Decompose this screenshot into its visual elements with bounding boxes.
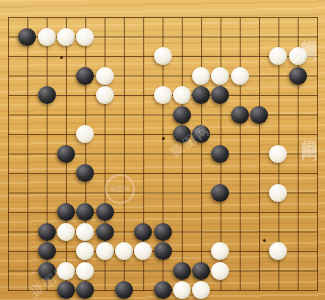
white-stone[interactable] (211, 67, 229, 85)
black-stone[interactable] (154, 281, 172, 299)
black-stone[interactable] (173, 125, 191, 143)
white-stone[interactable] (192, 281, 210, 299)
black-stone[interactable] (96, 223, 114, 241)
black-stone[interactable] (192, 125, 210, 143)
black-stone[interactable] (18, 28, 36, 46)
black-stone[interactable] (154, 223, 172, 241)
black-stone[interactable] (211, 145, 229, 163)
white-stone[interactable] (289, 47, 307, 65)
white-stone[interactable] (115, 242, 133, 260)
white-stone[interactable] (76, 262, 94, 280)
wood-knot (263, 239, 266, 242)
white-stone[interactable] (57, 262, 75, 280)
white-stone[interactable] (96, 67, 114, 85)
black-stone[interactable] (211, 184, 229, 202)
white-stone[interactable] (76, 28, 94, 46)
wood-knot (162, 137, 165, 140)
white-stone[interactable] (96, 242, 114, 260)
white-stone[interactable] (269, 145, 287, 163)
black-stone[interactable] (250, 106, 268, 124)
white-stone[interactable] (173, 281, 191, 299)
white-stone[interactable] (57, 223, 75, 241)
black-stone[interactable] (76, 67, 94, 85)
white-stone[interactable] (269, 184, 287, 202)
black-stone[interactable] (289, 67, 307, 85)
black-stone[interactable] (134, 223, 152, 241)
black-stone[interactable] (38, 262, 56, 280)
black-stone[interactable] (57, 281, 75, 299)
white-stone[interactable] (173, 86, 191, 104)
black-stone[interactable] (57, 145, 75, 163)
white-stone[interactable] (38, 28, 56, 46)
black-stone[interactable] (173, 262, 191, 280)
go-board-photo: 摄图网摄图网摄图网摄图网摄图网 (0, 0, 325, 300)
black-stone[interactable] (154, 242, 172, 260)
black-stone[interactable] (192, 86, 210, 104)
wood-knot (60, 56, 63, 59)
white-stone[interactable] (154, 86, 172, 104)
black-stone[interactable] (57, 203, 75, 221)
black-stone[interactable] (38, 242, 56, 260)
black-stone[interactable] (38, 223, 56, 241)
black-stone[interactable] (173, 106, 191, 124)
white-stone[interactable] (154, 47, 172, 65)
white-stone[interactable] (231, 67, 249, 85)
white-stone[interactable] (96, 86, 114, 104)
black-stone[interactable] (231, 106, 249, 124)
black-stone[interactable] (38, 86, 56, 104)
white-stone[interactable] (76, 223, 94, 241)
white-stone[interactable] (211, 262, 229, 280)
white-stone[interactable] (192, 67, 210, 85)
black-stone[interactable] (96, 203, 114, 221)
white-stone[interactable] (57, 28, 75, 46)
black-stone[interactable] (192, 262, 210, 280)
black-stone[interactable] (115, 281, 133, 299)
